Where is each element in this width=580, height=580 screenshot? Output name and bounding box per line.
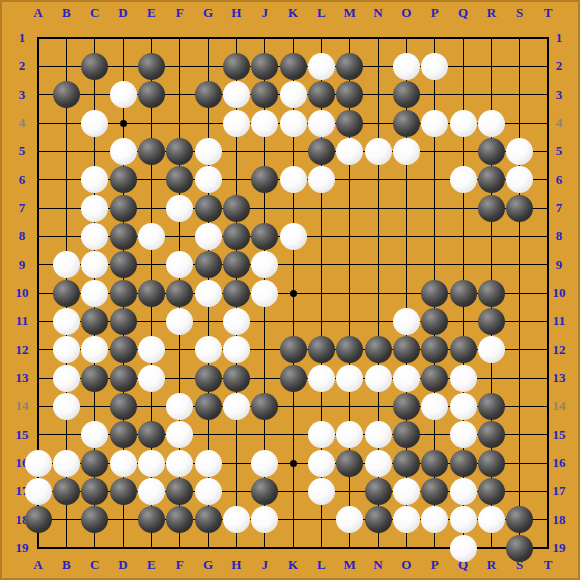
stone-black-K13[interactable] (280, 365, 307, 392)
stone-black-G3[interactable] (195, 81, 222, 108)
stone-white-K6[interactable] (280, 166, 307, 193)
coord-label-right-16: 16 (546, 455, 572, 471)
stone-white-L6[interactable] (308, 166, 335, 193)
coord-label-top-N: N (365, 5, 391, 21)
star-point (120, 120, 127, 127)
stone-white-C10[interactable] (81, 280, 108, 307)
coord-label-right-9: 9 (546, 257, 572, 273)
stone-white-O17[interactable] (393, 478, 420, 505)
coord-label-left-15: 15 (9, 427, 35, 443)
stone-white-J9[interactable] (251, 251, 278, 278)
stone-white-J18[interactable] (251, 506, 278, 533)
stone-black-O12[interactable] (393, 336, 420, 363)
stone-black-J6[interactable] (251, 166, 278, 193)
stone-black-H10[interactable] (223, 280, 250, 307)
stone-white-J4[interactable] (251, 110, 278, 137)
stone-black-P17[interactable] (421, 478, 448, 505)
stone-black-D14[interactable] (110, 393, 137, 420)
coord-label-left-6: 6 (9, 172, 35, 188)
stone-black-R6[interactable] (478, 166, 505, 193)
coord-label-right-17: 17 (546, 483, 572, 499)
stone-black-H9[interactable] (223, 251, 250, 278)
stone-black-C16[interactable] (81, 450, 108, 477)
stone-black-B10[interactable] (53, 280, 80, 307)
stone-white-H14[interactable] (223, 393, 250, 420)
stone-black-N18[interactable] (365, 506, 392, 533)
stone-white-C12[interactable] (81, 336, 108, 363)
coord-label-left-14: 14 (9, 398, 35, 414)
stone-white-O11[interactable] (393, 308, 420, 335)
stone-black-D7[interactable] (110, 195, 137, 222)
stone-black-S7[interactable] (506, 195, 533, 222)
coord-label-top-S: S (507, 5, 533, 21)
coord-label-left-9: 9 (9, 257, 35, 273)
coord-label-left-13: 13 (9, 370, 35, 386)
stone-white-E12[interactable] (138, 336, 165, 363)
star-point (290, 290, 297, 297)
stone-white-D3[interactable] (110, 81, 137, 108)
coord-label-top-K: K (280, 5, 306, 21)
coord-label-top-Q: Q (450, 5, 476, 21)
stone-white-B16[interactable] (53, 450, 80, 477)
stone-white-P18[interactable] (421, 506, 448, 533)
stone-white-F7[interactable] (166, 195, 193, 222)
coord-label-bottom-L: L (308, 557, 334, 573)
stone-black-R5[interactable] (478, 138, 505, 165)
stone-black-G14[interactable] (195, 393, 222, 420)
stone-black-C18[interactable] (81, 506, 108, 533)
stone-black-L5[interactable] (308, 138, 335, 165)
coord-label-top-C: C (82, 5, 108, 21)
stone-white-B9[interactable] (53, 251, 80, 278)
stone-white-M18[interactable] (336, 506, 363, 533)
coord-label-top-H: H (223, 5, 249, 21)
stone-black-M3[interactable] (336, 81, 363, 108)
stone-white-K8[interactable] (280, 223, 307, 250)
stone-white-M15[interactable] (336, 421, 363, 448)
stone-white-Q14[interactable] (450, 393, 477, 420)
stone-black-O15[interactable] (393, 421, 420, 448)
stone-black-F10[interactable] (166, 280, 193, 307)
coord-label-left-2: 2 (9, 58, 35, 74)
coord-label-top-G: G (195, 5, 221, 21)
stone-white-E17[interactable] (138, 478, 165, 505)
coord-label-right-11: 11 (546, 313, 572, 329)
stone-white-J16[interactable] (251, 450, 278, 477)
coord-label-left-5: 5 (9, 143, 35, 159)
stone-white-D5[interactable] (110, 138, 137, 165)
stone-white-P14[interactable] (421, 393, 448, 420)
stone-white-P2[interactable] (421, 53, 448, 80)
coord-label-right-5: 5 (546, 143, 572, 159)
stone-black-G18[interactable] (195, 506, 222, 533)
coord-label-right-14: 14 (546, 398, 572, 414)
stone-black-D8[interactable] (110, 223, 137, 250)
stone-white-K4[interactable] (280, 110, 307, 137)
stone-black-D6[interactable] (110, 166, 137, 193)
stone-black-O4[interactable] (393, 110, 420, 137)
stone-white-B14[interactable] (53, 393, 80, 420)
stone-black-E15[interactable] (138, 421, 165, 448)
stone-black-H8[interactable] (223, 223, 250, 250)
stone-white-A17[interactable] (25, 478, 52, 505)
coord-label-top-L: L (308, 5, 334, 21)
stone-white-O13[interactable] (393, 365, 420, 392)
coord-label-right-18: 18 (546, 512, 572, 528)
stone-black-D17[interactable] (110, 478, 137, 505)
coord-label-bottom-E: E (138, 557, 164, 573)
stone-black-B17[interactable] (53, 478, 80, 505)
stone-black-E18[interactable] (138, 506, 165, 533)
stone-white-Q6[interactable] (450, 166, 477, 193)
coord-label-top-T: T (535, 5, 561, 21)
stone-black-D15[interactable] (110, 421, 137, 448)
stone-black-H13[interactable] (223, 365, 250, 392)
stone-black-F5[interactable] (166, 138, 193, 165)
stone-white-C7[interactable] (81, 195, 108, 222)
stone-white-C15[interactable] (81, 421, 108, 448)
stone-black-K2[interactable] (280, 53, 307, 80)
stone-black-C17[interactable] (81, 478, 108, 505)
stone-black-P12[interactable] (421, 336, 448, 363)
stone-white-Q18[interactable] (450, 506, 477, 533)
stone-black-J17[interactable] (251, 478, 278, 505)
stone-black-S18[interactable] (506, 506, 533, 533)
coord-label-left-1: 1 (9, 30, 35, 46)
coord-label-left-3: 3 (9, 87, 35, 103)
coord-label-right-2: 2 (546, 58, 572, 74)
stone-black-H2[interactable] (223, 53, 250, 80)
stone-black-F18[interactable] (166, 506, 193, 533)
stone-black-D10[interactable] (110, 280, 137, 307)
coord-label-bottom-N: N (365, 557, 391, 573)
stone-white-N16[interactable] (365, 450, 392, 477)
stone-white-N13[interactable] (365, 365, 392, 392)
stone-white-M5[interactable] (336, 138, 363, 165)
coord-label-right-13: 13 (546, 370, 572, 386)
coord-label-left-19: 19 (9, 540, 35, 556)
stone-white-L4[interactable] (308, 110, 335, 137)
go-board[interactable]: AABBCCDDEEFFGGHHJJKKLLMMNNOOPPQQRRSSTT11… (0, 0, 580, 580)
stone-white-L2[interactable] (308, 53, 335, 80)
coord-label-right-3: 3 (546, 87, 572, 103)
coord-label-bottom-K: K (280, 557, 306, 573)
stone-black-S19[interactable] (506, 535, 533, 562)
stone-black-O3[interactable] (393, 81, 420, 108)
coord-label-top-O: O (393, 5, 419, 21)
stone-white-H18[interactable] (223, 506, 250, 533)
coord-label-top-A: A (25, 5, 51, 21)
coord-label-right-6: 6 (546, 172, 572, 188)
stone-black-P10[interactable] (421, 280, 448, 307)
stone-white-Q15[interactable] (450, 421, 477, 448)
stone-black-J3[interactable] (251, 81, 278, 108)
stone-white-G5[interactable] (195, 138, 222, 165)
coord-label-right-8: 8 (546, 228, 572, 244)
stone-white-O18[interactable] (393, 506, 420, 533)
stone-white-H3[interactable] (223, 81, 250, 108)
stone-black-E3[interactable] (138, 81, 165, 108)
stone-black-R7[interactable] (478, 195, 505, 222)
stone-white-B11[interactable] (53, 308, 80, 335)
stone-white-G10[interactable] (195, 280, 222, 307)
stone-white-L17[interactable] (308, 478, 335, 505)
stone-black-Q10[interactable] (450, 280, 477, 307)
stone-black-L12[interactable] (308, 336, 335, 363)
stone-black-C13[interactable] (81, 365, 108, 392)
stone-white-L16[interactable] (308, 450, 335, 477)
stone-white-N5[interactable] (365, 138, 392, 165)
stone-black-P13[interactable] (421, 365, 448, 392)
stone-white-J10[interactable] (251, 280, 278, 307)
stone-black-E2[interactable] (138, 53, 165, 80)
stone-white-C6[interactable] (81, 166, 108, 193)
stone-black-Q12[interactable] (450, 336, 477, 363)
stone-black-F17[interactable] (166, 478, 193, 505)
coord-label-top-R: R (478, 5, 504, 21)
stone-black-J14[interactable] (251, 393, 278, 420)
stone-black-D9[interactable] (110, 251, 137, 278)
stone-white-G8[interactable] (195, 223, 222, 250)
stone-black-D13[interactable] (110, 365, 137, 392)
stone-white-S5[interactable] (506, 138, 533, 165)
stone-white-G12[interactable] (195, 336, 222, 363)
stone-black-J2[interactable] (251, 53, 278, 80)
coord-label-bottom-C: C (82, 557, 108, 573)
stone-black-R16[interactable] (478, 450, 505, 477)
coord-label-bottom-O: O (393, 557, 419, 573)
stone-black-O14[interactable] (393, 393, 420, 420)
stone-white-O2[interactable] (393, 53, 420, 80)
stone-black-E10[interactable] (138, 280, 165, 307)
stone-black-B3[interactable] (53, 81, 80, 108)
stone-black-P11[interactable] (421, 308, 448, 335)
coord-label-left-11: 11 (9, 313, 35, 329)
stone-white-H11[interactable] (223, 308, 250, 335)
stone-white-R12[interactable] (478, 336, 505, 363)
stone-white-S6[interactable] (506, 166, 533, 193)
stone-black-N12[interactable] (365, 336, 392, 363)
grid-line-vertical (519, 37, 520, 549)
stone-white-K3[interactable] (280, 81, 307, 108)
coord-label-bottom-P: P (422, 557, 448, 573)
coord-label-bottom-A: A (25, 557, 51, 573)
stone-white-B12[interactable] (53, 336, 80, 363)
stone-white-F16[interactable] (166, 450, 193, 477)
coord-label-bottom-T: T (535, 557, 561, 573)
coord-label-bottom-J: J (252, 557, 278, 573)
coord-label-bottom-H: H (223, 557, 249, 573)
stone-white-F11[interactable] (166, 308, 193, 335)
coord-label-left-8: 8 (9, 228, 35, 244)
stone-white-Q13[interactable] (450, 365, 477, 392)
stone-black-A18[interactable] (25, 506, 52, 533)
coord-label-right-19: 19 (546, 540, 572, 556)
stone-black-C11[interactable] (81, 308, 108, 335)
coord-label-left-12: 12 (9, 342, 35, 358)
stone-black-C2[interactable] (81, 53, 108, 80)
stone-black-G7[interactable] (195, 195, 222, 222)
stone-white-M13[interactable] (336, 365, 363, 392)
coord-label-right-7: 7 (546, 200, 572, 216)
coord-label-bottom-B: B (53, 557, 79, 573)
stone-white-R4[interactable] (478, 110, 505, 137)
stone-white-B13[interactable] (53, 365, 80, 392)
stone-black-L3[interactable] (308, 81, 335, 108)
stone-white-G17[interactable] (195, 478, 222, 505)
stone-white-R18[interactable] (478, 506, 505, 533)
stone-black-P16[interactable] (421, 450, 448, 477)
stone-black-R17[interactable] (478, 478, 505, 505)
coord-label-top-E: E (138, 5, 164, 21)
stone-white-L13[interactable] (308, 365, 335, 392)
stone-black-G9[interactable] (195, 251, 222, 278)
stone-white-H12[interactable] (223, 336, 250, 363)
coord-label-left-10: 10 (9, 285, 35, 301)
stone-black-R11[interactable] (478, 308, 505, 335)
coord-label-left-4: 4 (9, 115, 35, 131)
stone-white-G6[interactable] (195, 166, 222, 193)
stone-white-E8[interactable] (138, 223, 165, 250)
coord-label-bottom-G: G (195, 557, 221, 573)
stone-white-C9[interactable] (81, 251, 108, 278)
stone-black-G13[interactable] (195, 365, 222, 392)
stone-black-E5[interactable] (138, 138, 165, 165)
stone-black-M4[interactable] (336, 110, 363, 137)
stone-white-F9[interactable] (166, 251, 193, 278)
coord-label-right-12: 12 (546, 342, 572, 358)
stone-white-F15[interactable] (166, 421, 193, 448)
coord-label-top-D: D (110, 5, 136, 21)
stone-black-D11[interactable] (110, 308, 137, 335)
coord-label-right-10: 10 (546, 285, 572, 301)
stone-white-Q17[interactable] (450, 478, 477, 505)
stone-black-R10[interactable] (478, 280, 505, 307)
coord-label-left-7: 7 (9, 200, 35, 216)
coord-label-bottom-M: M (337, 557, 363, 573)
stone-black-O16[interactable] (393, 450, 420, 477)
coord-label-top-B: B (53, 5, 79, 21)
coord-label-right-1: 1 (546, 30, 572, 46)
coord-label-top-P: P (422, 5, 448, 21)
stone-black-N17[interactable] (365, 478, 392, 505)
stone-black-F6[interactable] (166, 166, 193, 193)
stone-white-Q19[interactable] (450, 535, 477, 562)
stone-white-P4[interactable] (421, 110, 448, 137)
stone-white-C8[interactable] (81, 223, 108, 250)
stone-white-L15[interactable] (308, 421, 335, 448)
stone-white-Q4[interactable] (450, 110, 477, 137)
stone-black-D12[interactable] (110, 336, 137, 363)
stone-black-M16[interactable] (336, 450, 363, 477)
stone-black-M2[interactable] (336, 53, 363, 80)
stone-white-G16[interactable] (195, 450, 222, 477)
stone-black-K12[interactable] (280, 336, 307, 363)
coord-label-top-M: M (337, 5, 363, 21)
coord-label-bottom-D: D (110, 557, 136, 573)
stone-black-H7[interactable] (223, 195, 250, 222)
star-point (290, 460, 297, 467)
stone-white-F14[interactable] (166, 393, 193, 420)
coord-label-bottom-R: R (478, 557, 504, 573)
stone-white-O5[interactable] (393, 138, 420, 165)
coord-label-right-4: 4 (546, 115, 572, 131)
coord-label-top-F: F (167, 5, 193, 21)
coord-label-top-J: J (252, 5, 278, 21)
coord-label-bottom-F: F (167, 557, 193, 573)
stone-white-E13[interactable] (138, 365, 165, 392)
stone-white-E16[interactable] (138, 450, 165, 477)
stone-black-Q16[interactable] (450, 450, 477, 477)
stone-black-J8[interactable] (251, 223, 278, 250)
stone-white-N15[interactable] (365, 421, 392, 448)
stone-black-R14[interactable] (478, 393, 505, 420)
stone-black-R15[interactable] (478, 421, 505, 448)
stone-black-M12[interactable] (336, 336, 363, 363)
stone-white-H4[interactable] (223, 110, 250, 137)
stone-white-D16[interactable] (110, 450, 137, 477)
stone-white-C4[interactable] (81, 110, 108, 137)
coord-label-right-15: 15 (546, 427, 572, 443)
stone-white-A16[interactable] (25, 450, 52, 477)
